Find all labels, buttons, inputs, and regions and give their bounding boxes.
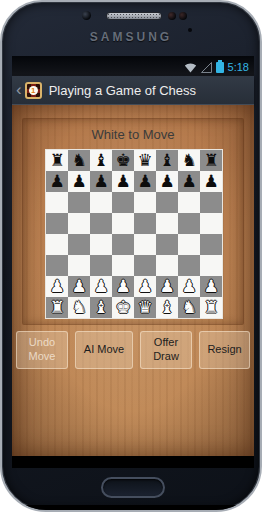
square-h5[interactable] — [200, 213, 222, 234]
earpiece-speaker — [106, 12, 162, 20]
square-h8[interactable]: ♜ — [200, 150, 222, 171]
square-d5[interactable] — [112, 213, 134, 234]
square-h2[interactable]: ♟ — [200, 276, 222, 297]
square-e4[interactable] — [134, 234, 156, 255]
resign-button[interactable]: Resign — [199, 331, 250, 369]
game-area: White to Move ♜♞♝♚♛♝♞♜♟♟♟♟♟♟♟♟♟♟♟♟♟♟♟♟♜♞… — [12, 105, 254, 456]
square-e5[interactable] — [134, 213, 156, 234]
front-camera — [82, 11, 91, 20]
square-d1[interactable]: ♚ — [112, 297, 134, 318]
battery-icon — [216, 62, 224, 73]
square-h3[interactable] — [200, 255, 222, 276]
bottom-black-strip — [12, 505, 254, 512]
square-b7[interactable]: ♟ — [68, 171, 90, 192]
white-pawn: ♟ — [203, 276, 218, 297]
square-e1[interactable]: ♛ — [134, 297, 156, 318]
square-f4[interactable] — [156, 234, 178, 255]
black-pawn: ♟ — [159, 171, 174, 192]
black-pawn: ♟ — [115, 171, 130, 192]
square-g8[interactable]: ♞ — [178, 150, 200, 171]
white-pawn: ♟ — [49, 276, 64, 297]
square-e7[interactable]: ♟ — [134, 171, 156, 192]
square-c3[interactable] — [90, 255, 112, 276]
offer-draw-button[interactable]: Offer Draw — [140, 331, 192, 369]
square-b6[interactable] — [68, 192, 90, 213]
black-bishop: ♝ — [93, 150, 108, 171]
square-e6[interactable] — [134, 192, 156, 213]
square-b8[interactable]: ♞ — [68, 150, 90, 171]
black-rook: ♜ — [203, 150, 218, 171]
square-a8[interactable]: ♜ — [46, 150, 68, 171]
square-c6[interactable] — [90, 192, 112, 213]
black-pawn: ♟ — [71, 171, 86, 192]
phone-frame: SAMSUNG 5:18 ‹ 1 Playing a Game of Chess… — [0, 0, 262, 512]
white-knight: ♞ — [71, 297, 86, 318]
black-rook: ♜ — [49, 150, 64, 171]
undo-move-button[interactable]: Undo Move — [16, 331, 68, 369]
square-c4[interactable] — [90, 234, 112, 255]
white-bishop: ♝ — [93, 297, 108, 318]
square-f6[interactable] — [156, 192, 178, 213]
black-knight: ♞ — [71, 150, 86, 171]
square-f8[interactable]: ♝ — [156, 150, 178, 171]
square-g3[interactable] — [178, 255, 200, 276]
light-sensor — [179, 12, 187, 20]
square-a3[interactable] — [46, 255, 68, 276]
app-bar: ‹ 1 Playing a Game of Chess — [12, 76, 254, 105]
square-c2[interactable]: ♟ — [90, 276, 112, 297]
signal-icon — [201, 62, 212, 73]
square-d7[interactable]: ♟ — [112, 171, 134, 192]
square-g1[interactable]: ♞ — [178, 297, 200, 318]
square-c1[interactable]: ♝ — [90, 297, 112, 318]
square-c5[interactable] — [90, 213, 112, 234]
square-b3[interactable] — [68, 255, 90, 276]
square-d2[interactable]: ♟ — [112, 276, 134, 297]
white-pawn: ♟ — [137, 276, 152, 297]
white-pawn: ♟ — [93, 276, 108, 297]
proximity-sensor — [168, 12, 176, 20]
home-button[interactable] — [101, 477, 165, 498]
square-d6[interactable] — [112, 192, 134, 213]
ai-move-button[interactable]: AI Move — [75, 331, 133, 369]
square-b2[interactable]: ♟ — [68, 276, 90, 297]
square-e8[interactable]: ♛ — [134, 150, 156, 171]
black-queen: ♛ — [137, 150, 152, 171]
square-f3[interactable] — [156, 255, 178, 276]
white-rook: ♜ — [49, 297, 64, 318]
white-bishop: ♝ — [159, 297, 174, 318]
white-knight: ♞ — [181, 297, 196, 318]
square-f1[interactable]: ♝ — [156, 297, 178, 318]
square-c8[interactable]: ♝ — [90, 150, 112, 171]
nav-strip — [12, 456, 254, 468]
black-pawn: ♟ — [203, 171, 218, 192]
square-h6[interactable] — [200, 192, 222, 213]
square-b4[interactable] — [68, 234, 90, 255]
turn-indicator: White to Move — [12, 127, 254, 142]
chess-board[interactable]: ♜♞♝♚♛♝♞♜♟♟♟♟♟♟♟♟♟♟♟♟♟♟♟♟♜♞♝♚♛♝♞♜ — [45, 149, 223, 319]
page-title: Playing a Game of Chess — [49, 83, 196, 98]
square-e2[interactable]: ♟ — [134, 276, 156, 297]
white-king: ♚ — [115, 297, 130, 318]
square-e3[interactable] — [134, 255, 156, 276]
square-h7[interactable]: ♟ — [200, 171, 222, 192]
button-row: Undo Move AI Move Offer Draw Resign — [12, 331, 254, 369]
black-bishop: ♝ — [159, 150, 174, 171]
square-b5[interactable] — [68, 213, 90, 234]
screen: 5:18 ‹ 1 Playing a Game of Chess White t… — [12, 56, 254, 468]
square-a5[interactable] — [46, 213, 68, 234]
status-time: 5:18 — [228, 62, 249, 73]
white-rook: ♜ — [203, 297, 218, 318]
square-g6[interactable] — [178, 192, 200, 213]
square-d4[interactable] — [112, 234, 134, 255]
white-pawn: ♟ — [115, 276, 130, 297]
square-f5[interactable] — [156, 213, 178, 234]
square-d8[interactable]: ♚ — [112, 150, 134, 171]
wifi-icon — [184, 62, 197, 73]
square-f2[interactable]: ♟ — [156, 276, 178, 297]
square-h4[interactable] — [200, 234, 222, 255]
square-d3[interactable] — [112, 255, 134, 276]
square-g2[interactable]: ♟ — [178, 276, 200, 297]
black-pawn: ♟ — [181, 171, 196, 192]
black-pawn: ♟ — [137, 171, 152, 192]
square-g5[interactable] — [178, 213, 200, 234]
white-pawn: ♟ — [181, 276, 196, 297]
square-a4[interactable] — [46, 234, 68, 255]
app-icon: 1 — [25, 82, 42, 99]
square-f7[interactable]: ♟ — [156, 171, 178, 192]
black-knight: ♞ — [181, 150, 196, 171]
back-button[interactable]: ‹ — [12, 81, 25, 100]
square-g4[interactable] — [178, 234, 200, 255]
square-g7[interactable]: ♟ — [178, 171, 200, 192]
app-icon-label: 1 — [29, 86, 38, 95]
square-a7[interactable]: ♟ — [46, 171, 68, 192]
black-king: ♚ — [115, 150, 130, 171]
status-bar: 5:18 — [12, 56, 254, 76]
white-queen: ♛ — [137, 297, 152, 318]
square-c7[interactable]: ♟ — [90, 171, 112, 192]
square-b1[interactable]: ♞ — [68, 297, 90, 318]
white-pawn: ♟ — [71, 276, 86, 297]
black-pawn: ♟ — [93, 171, 108, 192]
square-a2[interactable]: ♟ — [46, 276, 68, 297]
square-a1[interactable]: ♜ — [46, 297, 68, 318]
square-h1[interactable]: ♜ — [200, 297, 222, 318]
square-a6[interactable] — [46, 192, 68, 213]
black-pawn: ♟ — [49, 171, 64, 192]
brand-logo: SAMSUNG — [2, 30, 260, 44]
white-pawn: ♟ — [159, 276, 174, 297]
